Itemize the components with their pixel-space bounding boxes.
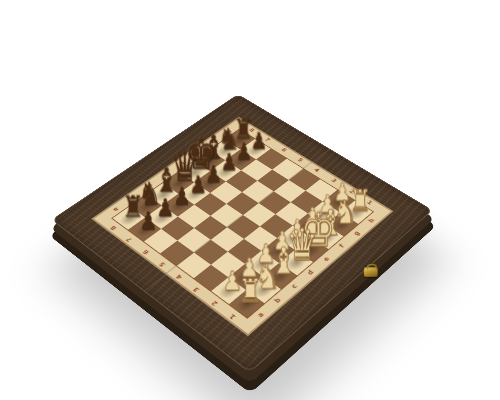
square-a5 xyxy=(160,241,194,266)
chess-board: abcdefgh abcdefgh 87654321 87654321 ♜♞♝♛… xyxy=(51,94,433,373)
latch-icon xyxy=(364,267,378,277)
product-photo-scene: abcdefgh abcdefgh 87654321 87654321 ♜♞♝♛… xyxy=(0,0,500,400)
